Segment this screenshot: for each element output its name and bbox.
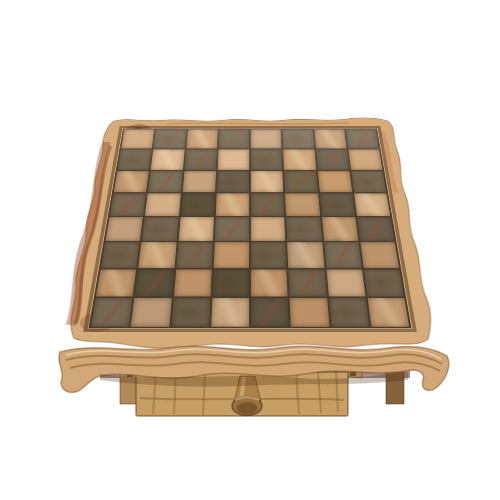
- square-a6[interactable]: [114, 171, 149, 192]
- square-e8[interactable]: [251, 129, 282, 148]
- square-b4[interactable]: [142, 217, 179, 241]
- square-h4[interactable]: [357, 217, 395, 241]
- square-e2[interactable]: [251, 269, 288, 296]
- square-c7[interactable]: [184, 150, 217, 170]
- square-g8[interactable]: [314, 129, 346, 148]
- square-d7[interactable]: [217, 150, 249, 170]
- left-bracket-shade: [104, 360, 126, 372]
- square-h8[interactable]: [346, 129, 379, 148]
- square-d5[interactable]: [216, 193, 250, 216]
- lip-shadow: [100, 372, 408, 387]
- square-f7[interactable]: [283, 150, 316, 170]
- square-a8[interactable]: [121, 129, 154, 148]
- left-bracket-foot: [104, 360, 166, 404]
- square-d8[interactable]: [218, 129, 249, 148]
- square-d3[interactable]: [213, 242, 249, 268]
- square-h2[interactable]: [364, 269, 404, 296]
- drawer-front: [127, 364, 356, 416]
- square-f6[interactable]: [284, 171, 318, 192]
- square-b6[interactable]: [148, 171, 182, 192]
- square-g4[interactable]: [322, 217, 359, 241]
- square-b8[interactable]: [154, 129, 186, 148]
- square-d4[interactable]: [215, 217, 250, 241]
- square-e5[interactable]: [251, 193, 285, 216]
- square-c4[interactable]: [178, 217, 214, 241]
- square-f4[interactable]: [286, 217, 322, 241]
- square-a7[interactable]: [118, 150, 152, 170]
- square-c3[interactable]: [176, 242, 213, 268]
- square-b1[interactable]: [131, 298, 172, 327]
- square-b7[interactable]: [151, 150, 184, 170]
- square-g6[interactable]: [318, 171, 352, 192]
- square-c5[interactable]: [180, 193, 215, 216]
- top-grain-streak: [166, 123, 348, 124]
- chess-table-top: [50, 113, 450, 355]
- square-e7[interactable]: [251, 150, 283, 170]
- square-e3[interactable]: [251, 242, 287, 268]
- square-c1[interactable]: [171, 298, 210, 327]
- square-h3[interactable]: [360, 242, 399, 268]
- photo-stage: [0, 0, 500, 500]
- underside-shadow: [100, 352, 410, 378]
- square-f3[interactable]: [287, 242, 324, 268]
- square-c6[interactable]: [182, 171, 216, 192]
- square-e1[interactable]: [251, 298, 289, 327]
- square-e6[interactable]: [251, 171, 284, 192]
- square-b3[interactable]: [138, 242, 176, 268]
- square-g1[interactable]: [329, 298, 370, 327]
- square-c8[interactable]: [186, 129, 218, 148]
- square-a4[interactable]: [105, 217, 143, 241]
- square-c2[interactable]: [173, 269, 211, 296]
- drawer-knob[interactable]: [232, 376, 262, 416]
- square-d1[interactable]: [211, 298, 249, 327]
- square-h5[interactable]: [354, 193, 391, 216]
- square-g3[interactable]: [324, 242, 362, 268]
- square-a1[interactable]: [91, 298, 133, 327]
- right-bracket-shade: [386, 362, 404, 404]
- square-d2[interactable]: [212, 269, 249, 296]
- square-g7[interactable]: [316, 150, 349, 170]
- square-h1[interactable]: [367, 298, 409, 327]
- chess-board: [89, 129, 412, 329]
- square-e4[interactable]: [251, 217, 286, 241]
- square-f8[interactable]: [282, 129, 314, 148]
- square-b5[interactable]: [145, 193, 181, 216]
- square-g2[interactable]: [326, 269, 365, 296]
- square-h6[interactable]: [351, 171, 386, 192]
- square-a2[interactable]: [96, 269, 136, 296]
- square-a5[interactable]: [110, 193, 147, 216]
- square-g5[interactable]: [319, 193, 355, 216]
- square-a3[interactable]: [101, 242, 140, 268]
- square-f1[interactable]: [290, 298, 329, 327]
- right-bracket-foot: [336, 360, 404, 404]
- square-h7[interactable]: [348, 150, 382, 170]
- square-f2[interactable]: [288, 269, 326, 296]
- square-f5[interactable]: [285, 193, 320, 216]
- square-d6[interactable]: [217, 171, 250, 192]
- square-b2[interactable]: [135, 269, 174, 296]
